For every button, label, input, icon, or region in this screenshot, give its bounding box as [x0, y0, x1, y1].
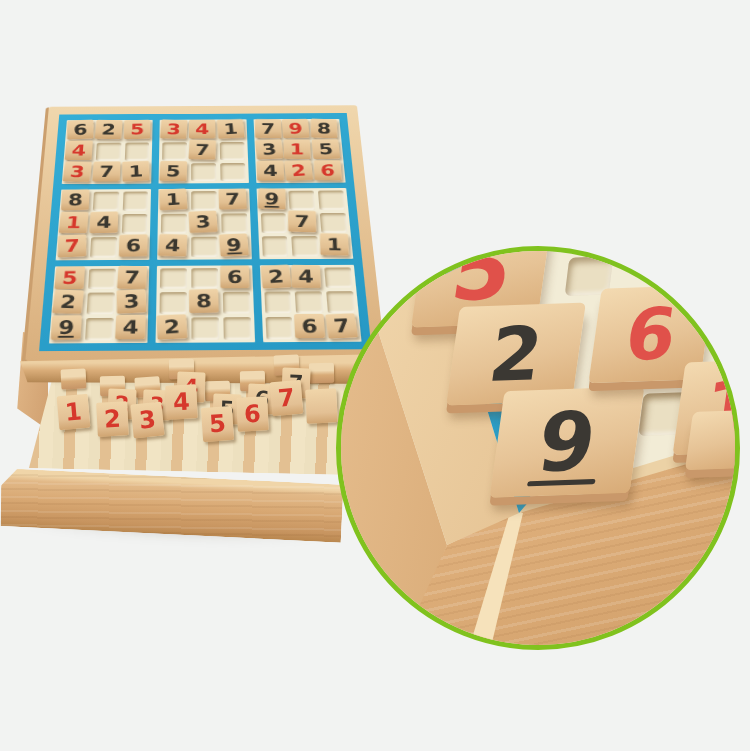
board-cell: [161, 214, 187, 234]
board-cell: 8: [191, 292, 218, 314]
board-cell: [122, 192, 148, 211]
board-cell: [191, 237, 217, 257]
tile-digit: 9: [533, 400, 601, 483]
board-cell: 6: [222, 268, 249, 289]
tile-digit: 7: [123, 268, 140, 286]
detail-inset-circle: 52961: [336, 246, 740, 650]
board-cell: 7: [94, 163, 120, 181]
board-cell: [223, 292, 250, 314]
tile-digit: 4: [165, 237, 181, 254]
tile-digit: 3: [261, 141, 277, 157]
tile-digit: 2: [59, 293, 77, 312]
tile-digit: 6: [125, 237, 140, 254]
board-tile-4: 4: [115, 315, 146, 339]
inset-tile-blank: [685, 410, 740, 470]
board-cell: [260, 213, 287, 233]
board-tile-6: 6: [220, 265, 249, 288]
board-tile-1: 1: [121, 160, 149, 181]
board-cell: 1: [162, 192, 187, 211]
product-photo-scene: 6254371341757983154268147617349971572394…: [0, 0, 750, 751]
board-cell: 4: [117, 318, 145, 340]
board-tile-3: 3: [116, 289, 146, 314]
board-cell: 1: [219, 122, 244, 139]
board-cell: 1: [286, 141, 312, 159]
tile-digit: 3: [69, 163, 85, 179]
board-cell: [264, 292, 292, 314]
tile-digit: 1: [65, 214, 82, 231]
tile-digit: 2: [291, 162, 308, 178]
board-cell: [192, 317, 220, 339]
board-cell: [220, 163, 245, 181]
board-tile-1: 1: [59, 212, 89, 234]
board-cell: [292, 236, 319, 256]
board-tile-9: 9: [282, 119, 310, 138]
board-cell: [160, 268, 187, 289]
board-tile-2: 2: [284, 160, 314, 181]
board-cell: [93, 192, 119, 211]
tile-digit: 2: [267, 267, 285, 285]
sudoku-board: 6254371341757983154268147617349971572394…: [25, 105, 385, 362]
board-cell: 2: [287, 162, 313, 180]
board-tile-5: 5: [312, 139, 341, 159]
board-tile-1: 1: [284, 139, 311, 159]
board-cell: [160, 292, 187, 314]
board-cell: 2: [97, 122, 122, 139]
tile-digit: 4: [298, 267, 314, 285]
board-tile-5: 5: [54, 266, 85, 289]
board-cell: 4: [67, 143, 93, 161]
board-tile-9: 9: [51, 315, 82, 340]
board-cell: [86, 293, 114, 315]
board-tile-2: 2: [94, 120, 122, 139]
tile-digit: 1: [327, 236, 343, 253]
board-tile-7: 7: [58, 234, 87, 257]
tile-digit: 1: [166, 191, 182, 208]
tile-digit: 2: [485, 316, 547, 392]
board-cell: 2: [159, 318, 186, 340]
board-cell: 4: [161, 237, 187, 257]
board-cell: 1: [322, 236, 350, 256]
board-cell: [191, 268, 218, 289]
tile-digit: 3: [167, 122, 182, 137]
tile-digit: 2: [164, 317, 181, 336]
board-cell: [295, 292, 323, 314]
board-tile-9: 9: [258, 188, 286, 209]
tile-digit: 7: [333, 316, 352, 335]
board-tile-6: 6: [118, 234, 147, 256]
board-cell: [320, 213, 347, 233]
board-tile-7: 7: [92, 161, 120, 181]
tile-digit: 7: [195, 142, 210, 157]
board-tile-2: 2: [157, 314, 188, 340]
board-cell: 8: [63, 192, 90, 211]
board-box: 572394: [49, 266, 150, 344]
board-cell: 9: [222, 236, 249, 256]
tile-digit: 9: [288, 121, 303, 136]
board-cell: 5: [162, 163, 187, 181]
board-cell: 5: [57, 269, 85, 290]
board-box: 17349: [157, 189, 251, 260]
board-tile-4: 4: [158, 234, 188, 257]
board-cell: 3: [118, 293, 146, 315]
board-cell: [90, 237, 117, 257]
board-tile-4: 4: [65, 140, 93, 160]
tile-digit: 7: [261, 121, 275, 136]
board-box: 34175: [159, 119, 249, 183]
board-cell: 7: [221, 191, 247, 210]
board-cell: 4: [191, 122, 215, 139]
tile-digit: 3: [123, 292, 139, 311]
board-cell: 6: [68, 122, 93, 139]
board-tile-8: 8: [61, 189, 90, 210]
board-cell: 3: [191, 214, 217, 234]
board-cell: 1: [61, 214, 88, 234]
tile-digit: 6: [320, 162, 335, 178]
board-cell: 7: [329, 317, 358, 339]
board-box: 798315426: [253, 119, 345, 183]
tile-digit: 7: [225, 191, 241, 207]
tile-digit: 4: [71, 143, 87, 158]
board-box: 81476: [56, 189, 152, 260]
board-tile-5: 5: [123, 120, 150, 139]
board-tile-7: 7: [289, 210, 317, 232]
board-tile-8: 8: [189, 289, 219, 313]
tile-digit: 6: [302, 317, 319, 336]
board-cell: [191, 163, 216, 181]
board-cell: 6: [316, 162, 342, 180]
tile-digit: 1: [128, 163, 143, 179]
board-tile-3: 3: [160, 119, 188, 139]
board-box: 6254371: [62, 120, 153, 185]
board-tile-6: 6: [314, 160, 342, 180]
tile-digit: 6: [621, 297, 680, 370]
board-cell: [265, 317, 293, 339]
tile-digit: 6: [73, 122, 87, 137]
tile-digit: 8: [196, 292, 212, 310]
board-cell: 3: [257, 142, 282, 160]
tile-digit: 9: [58, 318, 75, 337]
board-cell: 7: [191, 142, 216, 160]
board-cell: 3: [65, 163, 91, 181]
board-box: 971: [256, 188, 353, 259]
board-tile-3: 3: [188, 211, 218, 234]
tile-digit: 7: [64, 237, 79, 255]
board-cell: 4: [294, 267, 322, 288]
board-cell: 9: [284, 121, 309, 138]
tile-digit: 5: [318, 141, 334, 156]
board-tile-7: 7: [116, 265, 146, 288]
board-tile-4: 4: [256, 160, 284, 180]
board-tile-7: 7: [189, 139, 217, 159]
board-cell: [289, 191, 316, 210]
board-cell: [221, 213, 247, 233]
board-cell: 2: [55, 293, 83, 315]
board-tile-1: 1: [320, 233, 349, 256]
board-cell: 7: [119, 268, 146, 289]
tile-digit: 5: [446, 246, 517, 313]
board-cell: 7: [290, 213, 317, 233]
board-cell: 9: [259, 191, 285, 210]
board-box: 682: [156, 265, 255, 343]
board-cell: [88, 268, 116, 289]
board-cell: 8: [312, 121, 338, 138]
board-cell: [262, 236, 289, 256]
tile-digit: 4: [96, 214, 111, 231]
board-tile-4: 4: [89, 212, 118, 234]
board-tile-4: 4: [189, 120, 216, 139]
board-box: 2467: [259, 264, 361, 342]
tile-digit: 9: [225, 236, 242, 254]
board-tile-3: 3: [62, 161, 92, 182]
board-cell: [191, 191, 216, 210]
board-tile-7: 7: [218, 189, 247, 210]
board-cell: 7: [256, 121, 281, 138]
tile-digit: 1: [290, 141, 305, 156]
board-tile-2: 2: [260, 264, 292, 288]
board-cell: [85, 318, 113, 340]
tile-digit: 6: [227, 268, 243, 286]
tile-digit: 4: [262, 163, 277, 178]
board-tile-3: 3: [254, 139, 283, 160]
board-tile-1: 1: [159, 189, 188, 211]
board-cell: [121, 214, 147, 234]
board-cell: [220, 142, 245, 160]
board-cell: [96, 142, 121, 160]
board-cell: 6: [120, 237, 147, 257]
board-tile-9: 9: [219, 233, 249, 256]
board-cell: 7: [59, 237, 86, 257]
board-cell: [124, 142, 149, 160]
board-cell: 1: [123, 163, 148, 181]
tile-digit: 1: [223, 121, 239, 136]
tile-digit: 5: [166, 163, 181, 179]
board-cell: [326, 292, 355, 314]
tile-digit: 2: [101, 122, 116, 137]
board-tile-8: 8: [311, 119, 338, 139]
tile-digit: 9: [264, 191, 279, 207]
tile-digit: 5: [130, 122, 144, 137]
board-tile-7: 7: [255, 119, 282, 138]
board-cell: 4: [258, 163, 284, 181]
board-tile-5: 5: [160, 161, 188, 181]
tile-digit: 4: [195, 122, 209, 137]
tile-digit: 3: [195, 213, 211, 230]
tile-digit: 5: [61, 269, 78, 287]
board-cell: 9: [53, 318, 82, 340]
board-tile-6: 6: [67, 120, 94, 140]
board-cell: [223, 317, 251, 339]
tile-digit: 8: [317, 121, 332, 136]
tile-digit: 8: [68, 192, 84, 208]
board-cell: [162, 142, 187, 160]
tile-digit: 7: [295, 213, 310, 230]
board-cell: 3: [163, 122, 187, 139]
board-cell: [324, 267, 352, 288]
board-cell: 5: [125, 122, 150, 139]
inset-tile-9: 9: [490, 386, 645, 497]
tile-digit: 7: [99, 163, 115, 178]
board-tile-6: 6: [295, 314, 326, 338]
board-cell: 5: [314, 141, 340, 159]
tile-digit: 4: [122, 318, 139, 337]
board-tile-1: 1: [216, 119, 244, 139]
board-tile-7: 7: [325, 313, 358, 339]
board-cell: 4: [91, 214, 118, 234]
board-tile-2: 2: [52, 290, 84, 314]
board-cell: [318, 191, 345, 210]
board-grid: 6254371341757983154268147617349971572394…: [39, 113, 372, 351]
board-tile-4: 4: [292, 265, 322, 288]
board-cell: 6: [297, 317, 326, 339]
board-cell: 2: [263, 267, 291, 288]
